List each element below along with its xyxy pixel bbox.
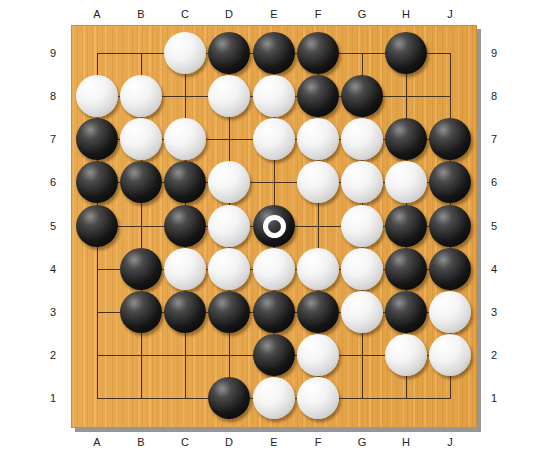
column-label-top-J: J xyxy=(440,7,460,21)
column-label-bottom-F: F xyxy=(308,435,328,449)
black-stone xyxy=(76,118,118,160)
black-stone xyxy=(76,161,118,203)
white-stone xyxy=(253,118,295,160)
white-stone xyxy=(297,248,339,290)
intersection-F1[interactable] xyxy=(296,376,340,420)
intersection-B3[interactable] xyxy=(119,290,163,334)
intersection-F8[interactable] xyxy=(296,74,340,118)
intersection-D1[interactable] xyxy=(207,376,251,420)
intersection-C9[interactable] xyxy=(163,31,207,75)
white-stone xyxy=(429,291,471,333)
white-stone xyxy=(164,118,206,160)
black-stone xyxy=(385,205,427,247)
column-label-top-E: E xyxy=(264,7,284,21)
intersection-E6[interactable] xyxy=(252,160,296,204)
intersection-G6[interactable] xyxy=(340,160,384,204)
white-stone xyxy=(341,291,383,333)
intersection-C6[interactable] xyxy=(163,160,207,204)
go-game-screen: AABBCCDDEEFFGGHHJJ998877665544332211 xyxy=(0,0,550,458)
intersection-G8[interactable] xyxy=(340,74,384,118)
white-stone xyxy=(297,377,339,419)
row-label-left-5: 5 xyxy=(44,219,62,233)
row-label-right-5: 5 xyxy=(485,219,503,233)
intersection-G2[interactable] xyxy=(340,333,384,377)
white-stone xyxy=(297,334,339,376)
intersection-J2[interactable] xyxy=(428,333,472,377)
black-stone xyxy=(297,291,339,333)
white-stone xyxy=(208,248,250,290)
intersection-C5[interactable] xyxy=(163,204,207,248)
intersection-H5[interactable] xyxy=(384,204,428,248)
black-stone xyxy=(208,32,250,74)
intersection-F9[interactable] xyxy=(296,31,340,75)
white-stone xyxy=(208,161,250,203)
white-stone xyxy=(253,377,295,419)
intersection-J1[interactable] xyxy=(428,376,472,420)
white-stone xyxy=(297,118,339,160)
intersection-A8[interactable] xyxy=(75,74,119,118)
intersection-A6[interactable] xyxy=(75,160,119,204)
intersection-H7[interactable] xyxy=(384,117,428,161)
white-stone xyxy=(341,118,383,160)
black-stone xyxy=(385,118,427,160)
intersection-J5[interactable] xyxy=(428,204,472,248)
white-stone xyxy=(208,75,250,117)
intersection-D6[interactable] xyxy=(207,160,251,204)
black-stone xyxy=(253,291,295,333)
black-stone xyxy=(385,291,427,333)
white-stone xyxy=(208,205,250,247)
intersection-A7[interactable] xyxy=(75,117,119,161)
intersection-B9[interactable] xyxy=(119,31,163,75)
black-stone xyxy=(164,205,206,247)
intersection-A3[interactable] xyxy=(75,290,119,334)
white-stone xyxy=(120,75,162,117)
intersection-J9[interactable] xyxy=(428,31,472,75)
row-label-right-8: 8 xyxy=(485,89,503,103)
row-label-right-2: 2 xyxy=(485,348,503,362)
intersection-J7[interactable] xyxy=(428,117,472,161)
intersection-D8[interactable] xyxy=(207,74,251,118)
column-label-bottom-J: J xyxy=(440,435,460,449)
intersection-E4[interactable] xyxy=(252,247,296,291)
intersection-C4[interactable] xyxy=(163,247,207,291)
intersection-A4[interactable] xyxy=(75,247,119,291)
row-label-left-4: 4 xyxy=(44,262,62,276)
intersection-D3[interactable] xyxy=(207,290,251,334)
go-board xyxy=(71,25,477,428)
black-stone xyxy=(341,75,383,117)
intersection-F6[interactable] xyxy=(296,160,340,204)
intersection-G5[interactable] xyxy=(340,204,384,248)
intersection-H6[interactable] xyxy=(384,160,428,204)
white-stone xyxy=(120,118,162,160)
intersection-E3[interactable] xyxy=(252,290,296,334)
column-label-bottom-G: G xyxy=(352,435,372,449)
column-label-top-A: A xyxy=(87,7,107,21)
black-stone xyxy=(120,161,162,203)
white-stone xyxy=(76,75,118,117)
white-stone xyxy=(341,248,383,290)
row-label-right-1: 1 xyxy=(485,391,503,405)
row-label-right-9: 9 xyxy=(485,46,503,60)
intersection-E8[interactable] xyxy=(252,74,296,118)
white-stone xyxy=(253,75,295,117)
row-label-right-3: 3 xyxy=(485,305,503,319)
row-label-right-6: 6 xyxy=(485,175,503,189)
intersection-H2[interactable] xyxy=(384,333,428,377)
intersection-C8[interactable] xyxy=(163,74,207,118)
intersection-C7[interactable] xyxy=(163,117,207,161)
intersection-G7[interactable] xyxy=(340,117,384,161)
black-stone xyxy=(208,291,250,333)
intersection-A2[interactable] xyxy=(75,333,119,377)
intersection-G9[interactable] xyxy=(340,31,384,75)
black-stone xyxy=(120,248,162,290)
black-stone xyxy=(297,75,339,117)
black-stone xyxy=(429,248,471,290)
column-label-top-F: F xyxy=(308,7,328,21)
intersection-H1[interactable] xyxy=(384,376,428,420)
intersection-F5[interactable] xyxy=(296,204,340,248)
intersection-D4[interactable] xyxy=(207,247,251,291)
intersection-G4[interactable] xyxy=(340,247,384,291)
row-label-left-1: 1 xyxy=(44,391,62,405)
intersection-G1[interactable] xyxy=(340,376,384,420)
black-stone xyxy=(385,248,427,290)
intersection-E9[interactable] xyxy=(252,31,296,75)
row-label-left-2: 2 xyxy=(44,348,62,362)
intersection-G3[interactable] xyxy=(340,290,384,334)
white-stone xyxy=(341,161,383,203)
intersection-B8[interactable] xyxy=(119,74,163,118)
black-stone xyxy=(429,118,471,160)
column-label-bottom-C: C xyxy=(175,435,195,449)
intersection-B7[interactable] xyxy=(119,117,163,161)
column-label-top-G: G xyxy=(352,7,372,21)
column-label-bottom-H: H xyxy=(396,435,416,449)
column-label-bottom-E: E xyxy=(264,435,284,449)
white-stone xyxy=(341,205,383,247)
black-stone xyxy=(297,32,339,74)
black-stone xyxy=(429,205,471,247)
intersection-D5[interactable] xyxy=(207,204,251,248)
black-stone xyxy=(120,291,162,333)
white-stone xyxy=(297,161,339,203)
white-stone xyxy=(164,248,206,290)
intersection-E5[interactable] xyxy=(252,204,296,248)
intersection-D7[interactable] xyxy=(207,117,251,161)
black-stone xyxy=(208,377,250,419)
intersection-F4[interactable] xyxy=(296,247,340,291)
column-label-bottom-A: A xyxy=(87,435,107,449)
row-label-left-9: 9 xyxy=(44,46,62,60)
intersection-B4[interactable] xyxy=(119,247,163,291)
column-label-top-D: D xyxy=(219,7,239,21)
intersection-H9[interactable] xyxy=(384,31,428,75)
intersection-E7[interactable] xyxy=(252,117,296,161)
white-stone xyxy=(385,161,427,203)
row-label-left-8: 8 xyxy=(44,89,62,103)
intersection-B6[interactable] xyxy=(119,160,163,204)
column-label-top-H: H xyxy=(396,7,416,21)
intersection-E2[interactable] xyxy=(252,333,296,377)
black-stone xyxy=(429,161,471,203)
black-stone xyxy=(76,205,118,247)
intersection-J3[interactable] xyxy=(428,290,472,334)
row-label-right-4: 4 xyxy=(485,262,503,276)
column-label-bottom-B: B xyxy=(131,435,151,449)
intersection-A1[interactable] xyxy=(75,376,119,420)
last-move-marker xyxy=(263,215,286,238)
intersection-A9[interactable] xyxy=(75,31,119,75)
intersection-C3[interactable] xyxy=(163,290,207,334)
black-stone xyxy=(164,161,206,203)
black-stone xyxy=(253,205,295,247)
black-stone xyxy=(253,334,295,376)
intersection-F2[interactable] xyxy=(296,333,340,377)
intersection-C1[interactable] xyxy=(163,376,207,420)
intersection-E1[interactable] xyxy=(252,376,296,420)
white-stone xyxy=(164,32,206,74)
column-label-bottom-D: D xyxy=(219,435,239,449)
column-label-top-B: B xyxy=(131,7,151,21)
board-grid xyxy=(97,53,451,399)
intersection-C2[interactable] xyxy=(163,333,207,377)
black-stone xyxy=(385,32,427,74)
white-stone xyxy=(385,334,427,376)
column-label-top-C: C xyxy=(175,7,195,21)
white-stone xyxy=(429,334,471,376)
intersection-J4[interactable] xyxy=(428,247,472,291)
intersection-F3[interactable] xyxy=(296,290,340,334)
intersection-B1[interactable] xyxy=(119,376,163,420)
intersection-D2[interactable] xyxy=(207,333,251,377)
intersection-A5[interactable] xyxy=(75,204,119,248)
intersection-H4[interactable] xyxy=(384,247,428,291)
white-stone xyxy=(253,248,295,290)
black-stone xyxy=(164,291,206,333)
intersection-J6[interactable] xyxy=(428,160,472,204)
intersection-B2[interactable] xyxy=(119,333,163,377)
black-stone xyxy=(253,32,295,74)
row-label-left-7: 7 xyxy=(44,132,62,146)
intersection-H8[interactable] xyxy=(384,74,428,118)
intersection-F7[interactable] xyxy=(296,117,340,161)
row-label-right-7: 7 xyxy=(485,132,503,146)
intersection-D9[interactable] xyxy=(207,31,251,75)
row-label-left-3: 3 xyxy=(44,305,62,319)
intersection-J8[interactable] xyxy=(428,74,472,118)
intersection-B5[interactable] xyxy=(119,204,163,248)
row-label-left-6: 6 xyxy=(44,175,62,189)
intersection-H3[interactable] xyxy=(384,290,428,334)
